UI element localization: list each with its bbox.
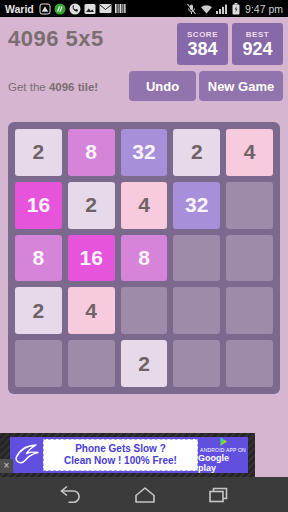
tile-2: 2 xyxy=(68,182,115,229)
tile-32: 32 xyxy=(121,129,168,176)
tile-8: 8 xyxy=(121,235,168,282)
sim-alert-icon xyxy=(39,3,51,15)
goal-text: Get the 4096 tile! xyxy=(8,81,98,93)
tile-2: 2 xyxy=(15,287,62,334)
empty-cell xyxy=(226,287,273,334)
empty-cell xyxy=(173,235,220,282)
home-button[interactable] xyxy=(133,486,157,504)
signal-icon xyxy=(216,3,229,14)
empty-cell xyxy=(68,340,115,387)
tile-16: 16 xyxy=(15,182,62,229)
home-icon xyxy=(133,486,157,504)
tile-4: 4 xyxy=(226,129,273,176)
tile-4: 4 xyxy=(121,182,168,229)
empty-cell xyxy=(121,287,168,334)
tile-16: 16 xyxy=(68,235,115,282)
empty-cell xyxy=(173,287,220,334)
ad-close-button[interactable]: × xyxy=(0,459,13,473)
back-button[interactable] xyxy=(59,485,83,504)
tile-2: 2 xyxy=(173,129,220,176)
system-status-area: 9:47 pm xyxy=(186,3,283,15)
notification-area: Warid xyxy=(5,3,126,15)
whatsapp-icon xyxy=(69,3,81,15)
play-triangle-icon xyxy=(217,437,230,446)
phone-screen: Warid xyxy=(0,0,288,512)
messaging-app-icon xyxy=(54,3,66,15)
empty-cell xyxy=(173,340,220,387)
tile-2: 2 xyxy=(15,129,62,176)
clock: 9:47 pm xyxy=(245,3,283,15)
mute-icon xyxy=(186,3,197,15)
best-box: BEST 924 xyxy=(232,23,283,65)
advertiser-bird-logo-icon xyxy=(10,437,43,473)
page-title: 4096 5x5 xyxy=(8,26,104,52)
tile-8: 8 xyxy=(68,129,115,176)
score-box: SCORE 384 xyxy=(177,23,228,65)
empty-cell xyxy=(15,340,62,387)
score-label: SCORE xyxy=(187,30,218,39)
score-value: 384 xyxy=(187,40,217,58)
best-label: BEST xyxy=(246,30,269,39)
recents-button[interactable] xyxy=(207,486,229,504)
google-play-badge[interactable]: ANDROID APP ON Google play xyxy=(198,437,248,473)
ad-banner[interactable]: Phone Gets Slow ? Clean Now ! 100% Free!… xyxy=(10,437,248,473)
undo-button[interactable]: Undo xyxy=(129,71,196,101)
tile-8: 8 xyxy=(15,235,62,282)
tile-4: 4 xyxy=(68,287,115,334)
new-game-button[interactable]: New Game xyxy=(199,71,283,101)
battery-icon xyxy=(232,3,240,15)
ad-message-box: Phone Gets Slow ? Clean Now ! 100% Free! xyxy=(43,439,198,471)
recents-icon xyxy=(207,486,229,504)
empty-cell xyxy=(226,182,273,229)
tile-2: 2 xyxy=(121,340,168,387)
back-icon xyxy=(59,485,83,504)
best-value: 924 xyxy=(242,40,272,58)
status-bar: Warid xyxy=(0,0,288,17)
badge-store-text: Google play xyxy=(198,453,248,473)
ad-subline: Clean Now ! 100% Free! xyxy=(64,455,177,467)
ad-headline: Phone Gets Slow ? xyxy=(75,443,166,455)
empty-cell xyxy=(226,340,273,387)
barcode-icon xyxy=(115,3,126,14)
android-nav-bar xyxy=(0,477,288,512)
wifi-icon xyxy=(200,4,213,14)
board-grid[interactable]: 2832241624328168242 xyxy=(8,122,280,394)
empty-cell xyxy=(226,235,273,282)
gallery-icon xyxy=(84,3,96,15)
carrier-label: Warid xyxy=(5,3,34,15)
email-icon xyxy=(99,3,112,14)
tile-32: 32 xyxy=(173,182,220,229)
goal-tile-text: 4096 tile! xyxy=(49,81,98,93)
